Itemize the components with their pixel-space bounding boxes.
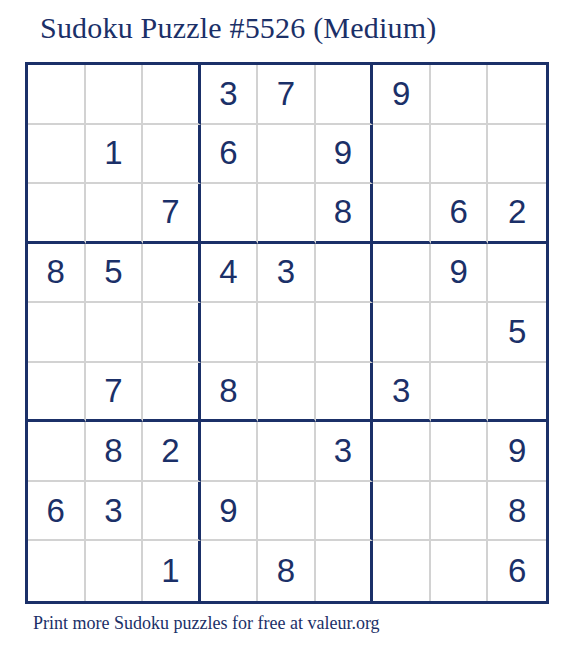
sudoku-cell-r3c8[interactable]: 6	[431, 184, 489, 244]
sudoku-cell-r1c1[interactable]	[28, 65, 86, 125]
sudoku-cell-r7c5[interactable]	[258, 422, 316, 482]
sudoku-cell-r9c4[interactable]	[201, 541, 259, 601]
sudoku-cell-r3c1[interactable]	[28, 184, 86, 244]
sudoku-cell-r8c7[interactable]	[373, 482, 431, 542]
sudoku-cell-r4c4[interactable]: 4	[201, 244, 259, 304]
sudoku-cell-r4c6[interactable]	[316, 244, 374, 304]
sudoku-cell-r6c5[interactable]	[258, 363, 316, 423]
sudoku-cell-r3c5[interactable]	[258, 184, 316, 244]
sudoku-cell-r8c5[interactable]	[258, 482, 316, 542]
sudoku-cell-r3c6[interactable]: 8	[316, 184, 374, 244]
sudoku-cell-r6c6[interactable]	[316, 363, 374, 423]
sudoku-cell-r8c3[interactable]	[143, 482, 201, 542]
sudoku-cell-r6c8[interactable]	[431, 363, 489, 423]
sudoku-cell-r4c7[interactable]	[373, 244, 431, 304]
sudoku-cell-r9c6[interactable]	[316, 541, 374, 601]
sudoku-cell-r5c9[interactable]: 5	[488, 303, 546, 363]
sudoku-cell-r1c9[interactable]	[488, 65, 546, 125]
sudoku-cell-r1c8[interactable]	[431, 65, 489, 125]
sudoku-cell-r9c7[interactable]	[373, 541, 431, 601]
sudoku-cell-r2c9[interactable]	[488, 125, 546, 185]
sudoku-cell-r1c4[interactable]: 3	[201, 65, 259, 125]
sudoku-cell-r9c1[interactable]	[28, 541, 86, 601]
sudoku-cell-r6c3[interactable]	[143, 363, 201, 423]
sudoku-cell-r4c9[interactable]	[488, 244, 546, 304]
sudoku-cell-r4c8[interactable]: 9	[431, 244, 489, 304]
sudoku-cell-r7c9[interactable]: 9	[488, 422, 546, 482]
sudoku-cell-r1c6[interactable]	[316, 65, 374, 125]
sudoku-cell-r5c6[interactable]	[316, 303, 374, 363]
sudoku-cell-r1c5[interactable]: 7	[258, 65, 316, 125]
sudoku-cell-r4c1[interactable]: 8	[28, 244, 86, 304]
sudoku-cell-r6c7[interactable]: 3	[373, 363, 431, 423]
sudoku-cell-r9c9[interactable]: 6	[488, 541, 546, 601]
sudoku-cell-r8c6[interactable]	[316, 482, 374, 542]
sudoku-cell-r8c8[interactable]	[431, 482, 489, 542]
sudoku-cell-r2c6[interactable]: 9	[316, 125, 374, 185]
sudoku-cell-r5c2[interactable]	[86, 303, 144, 363]
sudoku-cell-r7c6[interactable]: 3	[316, 422, 374, 482]
sudoku-cell-r1c2[interactable]	[86, 65, 144, 125]
sudoku-cell-r1c3[interactable]	[143, 65, 201, 125]
sudoku-cell-r2c5[interactable]	[258, 125, 316, 185]
sudoku-cell-r5c4[interactable]	[201, 303, 259, 363]
sudoku-cell-r5c5[interactable]	[258, 303, 316, 363]
sudoku-cell-r9c8[interactable]	[431, 541, 489, 601]
sudoku-cell-r4c2[interactable]: 5	[86, 244, 144, 304]
sudoku-cell-r2c4[interactable]: 6	[201, 125, 259, 185]
sudoku-cell-r8c2[interactable]: 3	[86, 482, 144, 542]
sudoku-cell-r6c4[interactable]: 8	[201, 363, 259, 423]
sudoku-cell-r3c2[interactable]	[86, 184, 144, 244]
sudoku-cell-r6c1[interactable]	[28, 363, 86, 423]
sudoku-cell-r7c1[interactable]	[28, 422, 86, 482]
sudoku-cell-r2c1[interactable]	[28, 125, 86, 185]
page-title: Sudoku Puzzle #5526 (Medium)	[40, 11, 436, 45]
sudoku-cell-r8c1[interactable]: 6	[28, 482, 86, 542]
sudoku-cell-r2c3[interactable]	[143, 125, 201, 185]
sudoku-cell-r5c1[interactable]	[28, 303, 86, 363]
sudoku-cell-r7c4[interactable]	[201, 422, 259, 482]
sudoku-cell-r2c2[interactable]: 1	[86, 125, 144, 185]
sudoku-cell-r3c7[interactable]	[373, 184, 431, 244]
sudoku-cell-r7c2[interactable]: 8	[86, 422, 144, 482]
sudoku-cell-r5c8[interactable]	[431, 303, 489, 363]
sudoku-cell-r5c7[interactable]	[373, 303, 431, 363]
sudoku-cell-r3c3[interactable]: 7	[143, 184, 201, 244]
sudoku-cell-r3c9[interactable]: 2	[488, 184, 546, 244]
sudoku-cell-r4c5[interactable]: 3	[258, 244, 316, 304]
sudoku-cell-r1c7[interactable]: 9	[373, 65, 431, 125]
sudoku-cell-r9c2[interactable]	[86, 541, 144, 601]
sudoku-cell-r5c3[interactable]	[143, 303, 201, 363]
sudoku-cell-r4c3[interactable]	[143, 244, 201, 304]
sudoku-cell-r6c9[interactable]	[488, 363, 546, 423]
sudoku-cell-r7c8[interactable]	[431, 422, 489, 482]
sudoku-cell-r7c7[interactable]	[373, 422, 431, 482]
sudoku-cell-r7c3[interactable]: 2	[143, 422, 201, 482]
sudoku-cell-r2c8[interactable]	[431, 125, 489, 185]
sudoku-board: 379169786285439578382396398186	[25, 62, 549, 604]
sudoku-cell-r8c4[interactable]: 9	[201, 482, 259, 542]
sudoku-cell-r9c3[interactable]: 1	[143, 541, 201, 601]
footer-note: Print more Sudoku puzzles for free at va…	[33, 613, 380, 634]
sudoku-cell-r9c5[interactable]: 8	[258, 541, 316, 601]
sudoku-cell-r6c2[interactable]: 7	[86, 363, 144, 423]
sudoku-cell-r8c9[interactable]: 8	[488, 482, 546, 542]
sudoku-cell-r2c7[interactable]	[373, 125, 431, 185]
sudoku-cell-r3c4[interactable]	[201, 184, 259, 244]
